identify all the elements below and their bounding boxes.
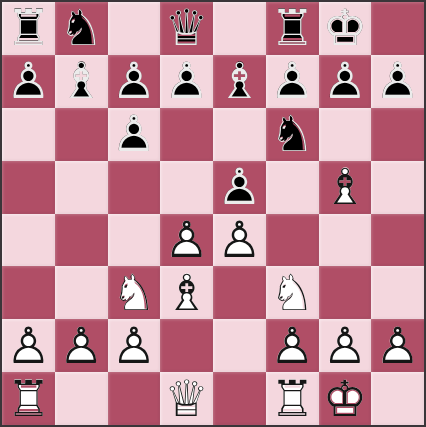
square-e7[interactable]: ♝♗: [213, 55, 266, 108]
white-pawn-outline-glyph: ♙: [319, 319, 372, 372]
white-pawn-piece[interactable]: ♟♙: [371, 319, 424, 372]
square-h4[interactable]: [371, 214, 424, 267]
square-b5[interactable]: [55, 161, 108, 214]
square-e6[interactable]: [213, 108, 266, 161]
black-pawn-outline-glyph: ♙: [371, 55, 424, 108]
square-f1[interactable]: ♜♖: [266, 372, 319, 425]
black-rook-outline-glyph: ♖: [266, 2, 319, 55]
square-a2[interactable]: ♟♙: [2, 319, 55, 372]
white-pawn-outline-glyph: ♙: [55, 319, 108, 372]
square-d3[interactable]: ♝♗: [160, 266, 213, 319]
white-pawn-piece[interactable]: ♟♙: [2, 319, 55, 372]
square-c7[interactable]: ♟♙: [108, 55, 161, 108]
white-bishop-piece[interactable]: ♝♗: [160, 266, 213, 319]
black-pawn-outline-glyph: ♙: [2, 55, 55, 108]
square-f8[interactable]: ♜♖: [266, 2, 319, 55]
black-bishop-piece[interactable]: ♝♗: [55, 55, 108, 108]
black-pawn-piece[interactable]: ♟♙: [266, 55, 319, 108]
black-pawn-outline-glyph: ♙: [108, 55, 161, 108]
square-h1[interactable]: [371, 372, 424, 425]
square-a6[interactable]: [2, 108, 55, 161]
black-knight-piece[interactable]: ♞♘: [266, 108, 319, 161]
square-f3[interactable]: ♞♘: [266, 266, 319, 319]
white-pawn-outline-glyph: ♙: [213, 214, 266, 267]
square-g1[interactable]: ♚♔: [319, 372, 372, 425]
black-rook-outline-glyph: ♖: [2, 2, 55, 55]
black-knight-outline-glyph: ♘: [266, 108, 319, 161]
black-king-piece[interactable]: ♚♔: [319, 2, 372, 55]
square-b8[interactable]: ♞♘: [55, 2, 108, 55]
black-pawn-piece[interactable]: ♟♙: [371, 55, 424, 108]
square-f4[interactable]: [266, 214, 319, 267]
white-pawn-piece[interactable]: ♟♙: [108, 319, 161, 372]
white-queen-piece[interactable]: ♛♕: [160, 372, 213, 425]
white-knight-piece[interactable]: ♞♘: [108, 266, 161, 319]
square-d4[interactable]: ♟♙: [160, 214, 213, 267]
black-pawn-piece[interactable]: ♟♙: [108, 55, 161, 108]
black-pawn-outline-glyph: ♙: [160, 55, 213, 108]
black-knight-outline-glyph: ♘: [55, 2, 108, 55]
white-pawn-outline-glyph: ♙: [2, 319, 55, 372]
square-h2[interactable]: ♟♙: [371, 319, 424, 372]
white-knight-piece[interactable]: ♞♘: [266, 266, 319, 319]
square-b1[interactable]: [55, 372, 108, 425]
black-pawn-outline-glyph: ♙: [319, 55, 372, 108]
square-c1[interactable]: [108, 372, 161, 425]
square-b4[interactable]: [55, 214, 108, 267]
black-king-outline-glyph: ♔: [319, 2, 372, 55]
square-h3[interactable]: [371, 266, 424, 319]
square-e2[interactable]: [213, 319, 266, 372]
square-d1[interactable]: ♛♕: [160, 372, 213, 425]
square-g6[interactable]: [319, 108, 372, 161]
black-queen-piece[interactable]: ♛♕: [160, 2, 213, 55]
white-bishop-outline-glyph: ♗: [319, 161, 372, 214]
square-f2[interactable]: ♟♙: [266, 319, 319, 372]
square-c5[interactable]: [108, 161, 161, 214]
square-a1[interactable]: ♜♖: [2, 372, 55, 425]
square-h7[interactable]: ♟♙: [371, 55, 424, 108]
square-a3[interactable]: [2, 266, 55, 319]
square-h5[interactable]: [371, 161, 424, 214]
square-g5[interactable]: ♝♗: [319, 161, 372, 214]
square-h6[interactable]: [371, 108, 424, 161]
white-bishop-piece[interactable]: ♝♗: [319, 161, 372, 214]
square-a5[interactable]: [2, 161, 55, 214]
black-pawn-piece[interactable]: ♟♙: [108, 108, 161, 161]
black-pawn-outline-glyph: ♙: [108, 108, 161, 161]
white-pawn-piece[interactable]: ♟♙: [160, 214, 213, 267]
black-pawn-piece[interactable]: ♟♙: [2, 55, 55, 108]
white-pawn-piece[interactable]: ♟♙: [319, 319, 372, 372]
white-pawn-piece[interactable]: ♟♙: [266, 319, 319, 372]
white-pawn-outline-glyph: ♙: [108, 319, 161, 372]
square-e4[interactable]: ♟♙: [213, 214, 266, 267]
square-g4[interactable]: [319, 214, 372, 267]
black-bishop-piece[interactable]: ♝♗: [213, 55, 266, 108]
white-queen-outline-glyph: ♕: [160, 372, 213, 425]
white-knight-outline-glyph: ♘: [108, 266, 161, 319]
white-bishop-outline-glyph: ♗: [160, 266, 213, 319]
square-e8[interactable]: [213, 2, 266, 55]
square-c4[interactable]: [108, 214, 161, 267]
white-pawn-outline-glyph: ♙: [266, 319, 319, 372]
black-pawn-outline-glyph: ♙: [213, 161, 266, 214]
black-queen-outline-glyph: ♕: [160, 2, 213, 55]
square-b7[interactable]: ♝♗: [55, 55, 108, 108]
square-f6[interactable]: ♞♘: [266, 108, 319, 161]
square-d7[interactable]: ♟♙: [160, 55, 213, 108]
black-pawn-piece[interactable]: ♟♙: [319, 55, 372, 108]
square-g7[interactable]: ♟♙: [319, 55, 372, 108]
square-c3[interactable]: ♞♘: [108, 266, 161, 319]
white-pawn-piece[interactable]: ♟♙: [55, 319, 108, 372]
square-d8[interactable]: ♛♕: [160, 2, 213, 55]
square-e1[interactable]: [213, 372, 266, 425]
black-pawn-piece[interactable]: ♟♙: [213, 161, 266, 214]
square-b6[interactable]: [55, 108, 108, 161]
white-king-outline-glyph: ♔: [319, 372, 372, 425]
square-b3[interactable]: [55, 266, 108, 319]
white-pawn-outline-glyph: ♙: [160, 214, 213, 267]
square-c8[interactable]: [108, 2, 161, 55]
square-d6[interactable]: [160, 108, 213, 161]
white-rook-piece[interactable]: ♜♖: [266, 372, 319, 425]
square-f5[interactable]: [266, 161, 319, 214]
square-f7[interactable]: ♟♙: [266, 55, 319, 108]
square-a7[interactable]: ♟♙: [2, 55, 55, 108]
square-g8[interactable]: ♚♔: [319, 2, 372, 55]
white-rook-outline-glyph: ♖: [2, 372, 55, 425]
square-a8[interactable]: ♜♖: [2, 2, 55, 55]
chess-board: ♜♖♞♘♛♕♜♖♚♔♟♙♝♗♟♙♟♙♝♗♟♙♟♙♟♙♟♙♞♘♟♙♝♗♟♙♟♙♞♘…: [0, 0, 426, 427]
white-pawn-piece[interactable]: ♟♙: [213, 214, 266, 267]
square-d5[interactable]: [160, 161, 213, 214]
square-c6[interactable]: ♟♙: [108, 108, 161, 161]
white-knight-outline-glyph: ♘: [266, 266, 319, 319]
black-bishop-outline-glyph: ♗: [213, 55, 266, 108]
black-rook-piece[interactable]: ♜♖: [266, 2, 319, 55]
square-e3[interactable]: [213, 266, 266, 319]
square-d2[interactable]: [160, 319, 213, 372]
square-c2[interactable]: ♟♙: [108, 319, 161, 372]
square-h8[interactable]: [371, 2, 424, 55]
square-g2[interactable]: ♟♙: [319, 319, 372, 372]
square-b2[interactable]: ♟♙: [55, 319, 108, 372]
black-pawn-outline-glyph: ♙: [266, 55, 319, 108]
black-bishop-outline-glyph: ♗: [55, 55, 108, 108]
white-rook-outline-glyph: ♖: [266, 372, 319, 425]
square-e5[interactable]: ♟♙: [213, 161, 266, 214]
black-rook-piece[interactable]: ♜♖: [2, 2, 55, 55]
white-rook-piece[interactable]: ♜♖: [2, 372, 55, 425]
square-a4[interactable]: [2, 214, 55, 267]
black-pawn-piece[interactable]: ♟♙: [160, 55, 213, 108]
square-g3[interactable]: [319, 266, 372, 319]
white-pawn-outline-glyph: ♙: [371, 319, 424, 372]
black-knight-piece[interactable]: ♞♘: [55, 2, 108, 55]
white-king-piece[interactable]: ♚♔: [319, 372, 372, 425]
